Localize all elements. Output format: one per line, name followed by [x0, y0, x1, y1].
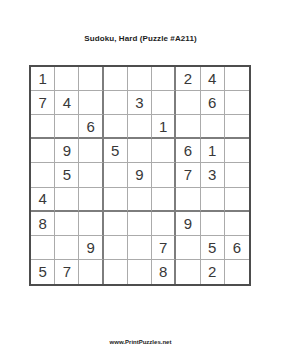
cell-r7c9: [225, 212, 249, 236]
cell-r6c3: [79, 188, 103, 212]
cell-r3c1: [31, 115, 55, 139]
footer-url: www.PrintPuzzles.net: [0, 339, 281, 345]
cell-r5c4: [104, 163, 128, 187]
sudoku-board: 1247436619561597348997565782: [29, 65, 251, 286]
puzzle-title: Sudoku, Hard (Puzzle #A211): [0, 34, 281, 43]
cell-r9c1: 5: [31, 260, 55, 284]
cell-r6c2: [55, 188, 79, 212]
cell-r4c2: 9: [55, 139, 79, 163]
cell-r2c7: [176, 91, 200, 115]
cell-r1c7: 2: [176, 67, 200, 91]
cell-r8c5: [128, 236, 152, 260]
cell-r8c4: [104, 236, 128, 260]
cell-r6c7: [176, 188, 200, 212]
cell-r1c3: [79, 67, 103, 91]
cell-r3c6: 1: [152, 115, 176, 139]
cell-r7c3: [79, 212, 103, 236]
cell-r5c9: [225, 163, 249, 187]
cell-r2c6: [152, 91, 176, 115]
cell-r2c1: 7: [31, 91, 55, 115]
cell-r4c9: [225, 139, 249, 163]
cell-r4c7: 6: [176, 139, 200, 163]
cell-r6c4: [104, 188, 128, 212]
cell-r1c8: 4: [201, 67, 225, 91]
cell-r6c9: [225, 188, 249, 212]
cell-r5c1: [31, 163, 55, 187]
cell-r8c8: 5: [201, 236, 225, 260]
cell-r5c7: 7: [176, 163, 200, 187]
cell-r2c4: [104, 91, 128, 115]
cell-r7c2: [55, 212, 79, 236]
cell-r9c2: 7: [55, 260, 79, 284]
cell-r5c6: [152, 163, 176, 187]
page: Sudoku, Hard (Puzzle #A211) 124743661956…: [0, 0, 281, 363]
cell-r9c4: [104, 260, 128, 284]
cell-r1c6: [152, 67, 176, 91]
cell-r4c4: 5: [104, 139, 128, 163]
cell-r3c8: [201, 115, 225, 139]
cell-r9c7: [176, 260, 200, 284]
cell-r2c8: 6: [201, 91, 225, 115]
cell-r8c3: 9: [79, 236, 103, 260]
cell-r2c5: 3: [128, 91, 152, 115]
cell-r6c8: [201, 188, 225, 212]
cell-r1c9: [225, 67, 249, 91]
cell-r2c3: [79, 91, 103, 115]
cell-r8c9: 6: [225, 236, 249, 260]
cell-r5c5: 9: [128, 163, 152, 187]
cell-r3c2: [55, 115, 79, 139]
cell-r7c5: [128, 212, 152, 236]
cell-r7c8: [201, 212, 225, 236]
cell-r5c3: [79, 163, 103, 187]
cell-r5c2: 5: [55, 163, 79, 187]
cell-r4c8: 1: [201, 139, 225, 163]
cell-r7c4: [104, 212, 128, 236]
cell-r4c5: [128, 139, 152, 163]
cell-r1c1: 1: [31, 67, 55, 91]
cell-r3c7: [176, 115, 200, 139]
cell-r3c5: [128, 115, 152, 139]
cell-r7c6: [152, 212, 176, 236]
cell-r7c7: 9: [176, 212, 200, 236]
cell-r9c3: [79, 260, 103, 284]
cell-r1c2: [55, 67, 79, 91]
cell-r6c6: [152, 188, 176, 212]
cell-r6c5: [128, 188, 152, 212]
cell-r3c9: [225, 115, 249, 139]
cell-r8c1: [31, 236, 55, 260]
cell-r2c9: [225, 91, 249, 115]
cell-r1c4: [104, 67, 128, 91]
cell-r6c1: 4: [31, 188, 55, 212]
cell-r8c6: 7: [152, 236, 176, 260]
cell-r1c5: [128, 67, 152, 91]
cell-r5c8: 3: [201, 163, 225, 187]
cell-r9c6: 8: [152, 260, 176, 284]
cell-r8c7: [176, 236, 200, 260]
cell-r8c2: [55, 236, 79, 260]
cell-r4c1: [31, 139, 55, 163]
cell-r9c8: 2: [201, 260, 225, 284]
cell-r4c3: [79, 139, 103, 163]
cell-r9c5: [128, 260, 152, 284]
cell-r2c2: 4: [55, 91, 79, 115]
cell-r3c3: 6: [79, 115, 103, 139]
cell-r3c4: [104, 115, 128, 139]
cell-r9c9: [225, 260, 249, 284]
cell-r4c6: [152, 139, 176, 163]
cell-r7c1: 8: [31, 212, 55, 236]
